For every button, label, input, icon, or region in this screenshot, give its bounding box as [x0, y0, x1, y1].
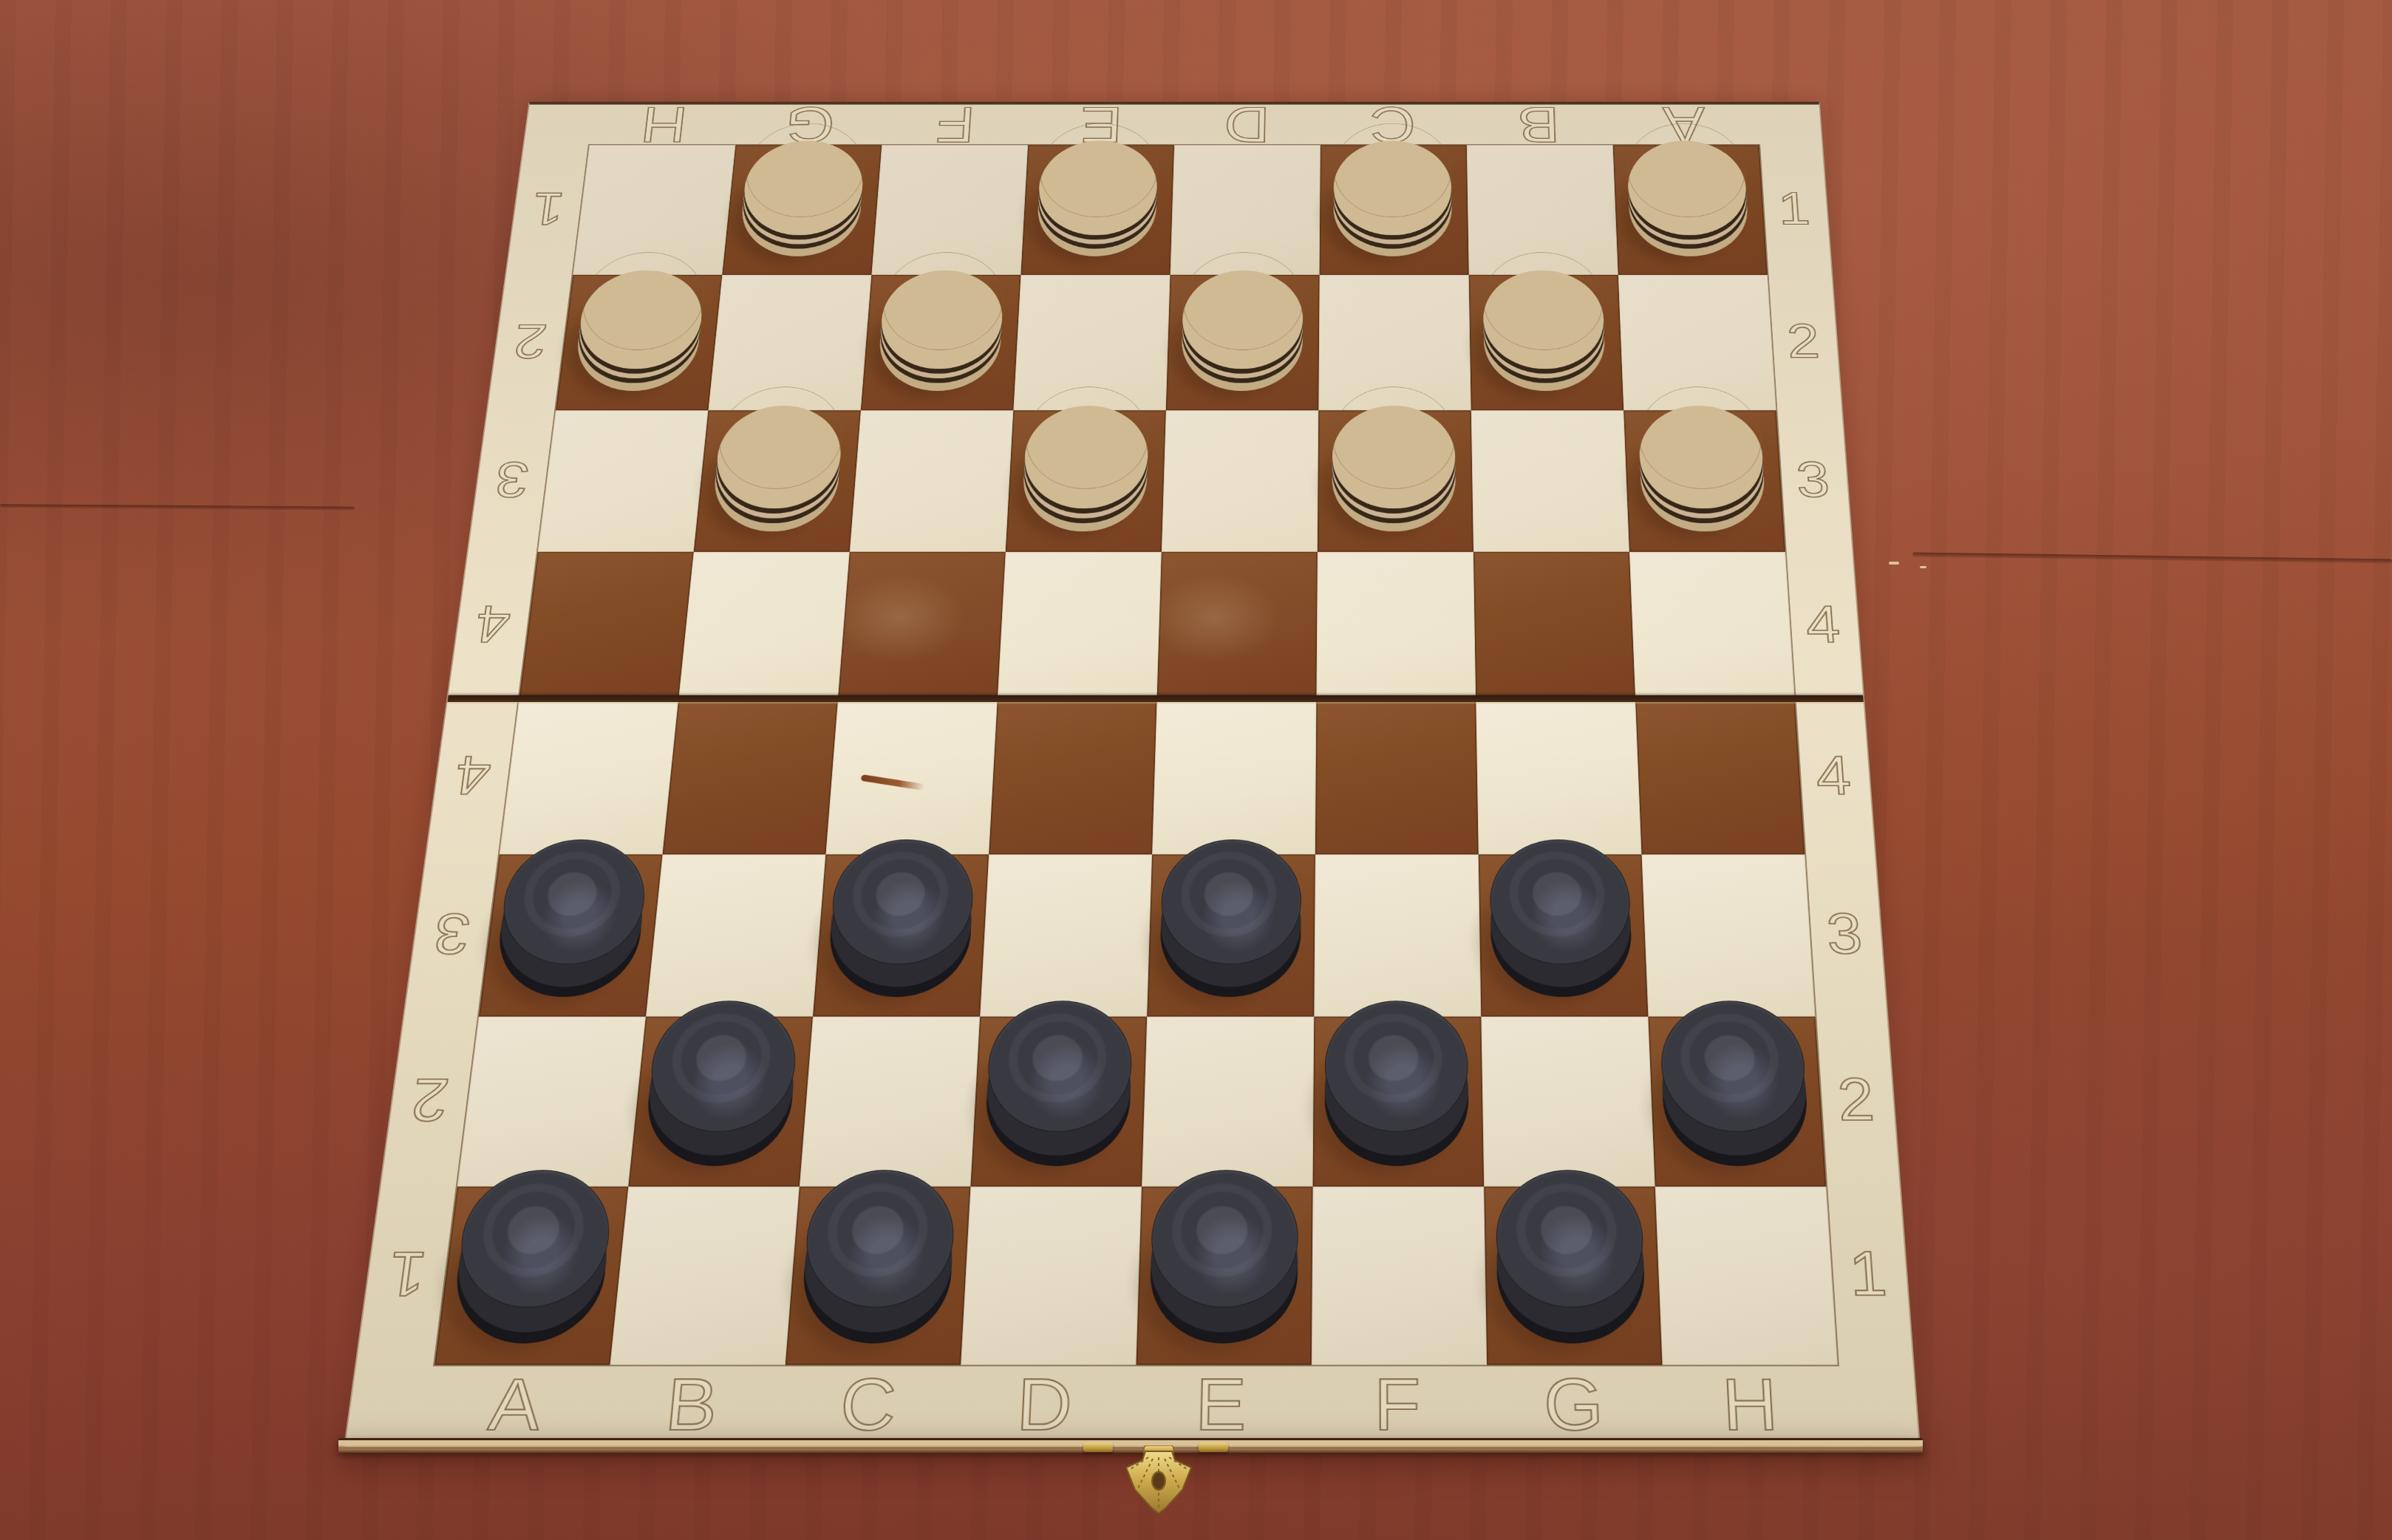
checker-white-e7[interactable] [1180, 292, 1303, 391]
checker-black-h2[interactable] [1660, 1034, 1810, 1166]
checker-black-g1[interactable] [1496, 1205, 1647, 1343]
file-label-bottom-f: F [1374, 1363, 1422, 1447]
square-a4[interactable] [500, 700, 678, 854]
square-b1[interactable] [610, 1187, 799, 1365]
brass-hinge-knuckle-icon [1083, 1442, 1113, 1452]
rank-label-right-1: 2 [1785, 314, 1822, 368]
rank-label-right-7: 1 [1847, 1238, 1891, 1309]
square-c5[interactable] [838, 552, 1006, 700]
file-label-bottom-b: B [662, 1363, 722, 1447]
square-g5[interactable] [1473, 552, 1635, 700]
rank-label-right-6: 2 [1836, 1066, 1878, 1134]
square-h5[interactable] [1629, 552, 1795, 700]
checker-black-a1[interactable] [449, 1205, 613, 1343]
square-d5[interactable] [998, 552, 1162, 700]
board-plane: AHBGCFDEEDFCGBHA1122334444332211 [344, 102, 1921, 1447]
square-e4[interactable] [1152, 700, 1316, 854]
square-e5[interactable] [1157, 552, 1318, 700]
square-b4[interactable] [663, 700, 838, 854]
square-e2[interactable] [1142, 1017, 1314, 1187]
square-c4[interactable] [825, 700, 997, 854]
checker-black-c3[interactable] [825, 870, 974, 997]
checker-black-a3[interactable] [492, 870, 647, 997]
rank-label-left-6: 2 [406, 1066, 453, 1134]
square-f3[interactable] [1314, 854, 1481, 1016]
rank-label-left-7: 1 [383, 1238, 431, 1309]
checker-white-c7[interactable] [876, 292, 1004, 391]
brass-latch-icon [1114, 1445, 1203, 1513]
table-seam-left [0, 504, 355, 510]
square-d3[interactable] [980, 854, 1152, 1016]
square-d1[interactable] [961, 1187, 1142, 1365]
square-g4[interactable] [1476, 700, 1641, 854]
square-b5[interactable] [678, 552, 850, 700]
square-h3[interactable] [1642, 854, 1816, 1016]
file-label-bottom-g: G [1543, 1363, 1606, 1447]
checker-black-d2[interactable] [983, 1034, 1132, 1166]
checker-white-f6[interactable] [1332, 428, 1456, 531]
piece-top-face [1334, 123, 1452, 217]
checker-black-b2[interactable] [642, 1034, 798, 1166]
table-seam-right [1912, 552, 2392, 563]
checker-black-e1[interactable] [1148, 1205, 1298, 1343]
piece-top-face [1332, 386, 1456, 488]
square-h4[interactable] [1635, 700, 1805, 854]
file-label-bottom-d: D [1015, 1363, 1075, 1447]
rank-label-right-0: 1 [1776, 183, 1813, 234]
checker-black-f2[interactable] [1324, 1034, 1469, 1166]
square-b3[interactable] [646, 854, 825, 1016]
rank-label-left-2: 3 [491, 451, 532, 508]
file-label-top-d: D [1222, 96, 1270, 154]
wood-scratch-mark [860, 774, 924, 791]
square-a5[interactable] [519, 552, 693, 700]
checker-black-g3[interactable] [1490, 870, 1634, 997]
square-c2[interactable] [800, 1017, 980, 1187]
square-g2[interactable] [1481, 1017, 1655, 1187]
square-g6[interactable] [1471, 410, 1629, 551]
square-h1[interactable] [1655, 1187, 1838, 1365]
checker-white-h8[interactable] [1627, 161, 1751, 256]
rank-label-left-0: 1 [528, 183, 568, 234]
checker-white-b8[interactable] [737, 161, 865, 256]
file-label-bottom-a: A [485, 1363, 547, 1447]
file-label-bottom-h: H [1720, 1363, 1782, 1447]
square-f1[interactable] [1312, 1187, 1487, 1365]
file-label-bottom-c: C [837, 1363, 899, 1447]
square-a2[interactable] [457, 1017, 646, 1187]
board-fold-hinge-seam [448, 695, 1864, 702]
square-a6[interactable] [538, 410, 709, 551]
piece-top-face [1324, 1001, 1468, 1131]
checker-white-d6[interactable] [1021, 428, 1149, 531]
brass-hinge-knuckle-icon [1199, 1442, 1228, 1452]
rank-label-left-4: 4 [450, 744, 494, 806]
rank-label-right-5: 3 [1824, 901, 1866, 966]
checker-white-d8[interactable] [1035, 161, 1158, 256]
table-seam-chip [1920, 566, 1926, 568]
square-c6[interactable] [850, 410, 1014, 551]
file-label-bottom-e: E [1194, 1363, 1248, 1447]
file-label-top-h: H [637, 96, 690, 154]
table-seam-chip [1889, 562, 1899, 565]
checker-black-e3[interactable] [1159, 870, 1301, 997]
rank-label-right-2: 3 [1794, 451, 1833, 508]
square-f4[interactable] [1315, 700, 1479, 854]
checker-black-c1[interactable] [799, 1205, 955, 1343]
rank-label-left-5: 3 [429, 901, 474, 966]
checker-white-h6[interactable] [1638, 428, 1767, 531]
rank-label-left-3: 4 [471, 594, 514, 653]
table-surface: AHBGCFDEEDFCGBHA1122334444332211 [0, 0, 2392, 1540]
file-label-top-b: B [1516, 96, 1561, 154]
rank-label-left-1: 2 [509, 314, 550, 368]
file-label-top-f: F [933, 96, 977, 154]
checker-white-g7[interactable] [1483, 292, 1606, 391]
rank-label-right-4: 4 [1814, 744, 1854, 806]
checker-white-a7[interactable] [572, 292, 704, 391]
square-d4[interactable] [989, 700, 1156, 854]
square-e6[interactable] [1162, 410, 1318, 551]
checker-white-f8[interactable] [1333, 161, 1452, 256]
square-f5[interactable] [1316, 552, 1476, 700]
rank-label-right-3: 4 [1804, 594, 1843, 653]
checker-white-b6[interactable] [710, 428, 843, 531]
